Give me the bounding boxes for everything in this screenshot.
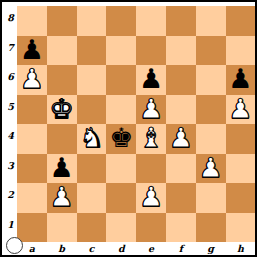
file-labels: abcdefgh xyxy=(17,241,255,256)
piece-white-knight-c4[interactable]: ♞ xyxy=(79,124,103,151)
piece-white-pawn-a6[interactable]: ♟ xyxy=(20,65,44,92)
piece-white-pawn-f4[interactable]: ♟ xyxy=(169,124,193,151)
square-a3[interactable] xyxy=(17,154,47,184)
file-label-c: c xyxy=(89,243,95,254)
square-b6[interactable] xyxy=(47,65,77,95)
square-d4[interactable]: ♚ xyxy=(106,124,136,154)
file-label-f: f xyxy=(179,243,183,254)
square-h8[interactable] xyxy=(226,6,256,36)
piece-white-pawn-e2[interactable]: ♟ xyxy=(139,183,163,210)
square-c6[interactable] xyxy=(77,65,107,95)
square-e1[interactable] xyxy=(136,213,166,243)
square-e3[interactable] xyxy=(136,154,166,184)
square-f3[interactable] xyxy=(166,154,196,184)
square-f1[interactable] xyxy=(166,213,196,243)
square-g6[interactable] xyxy=(196,65,226,95)
rank-label-7: 7 xyxy=(7,42,14,53)
square-a1[interactable] xyxy=(17,213,47,243)
square-a4[interactable] xyxy=(17,124,47,154)
square-h5[interactable]: ♟ xyxy=(226,95,256,125)
square-h3[interactable] xyxy=(226,154,256,184)
square-f7[interactable] xyxy=(166,36,196,66)
square-b7[interactable] xyxy=(47,36,77,66)
square-c2[interactable] xyxy=(77,183,107,213)
square-b2[interactable]: ♟ xyxy=(47,183,77,213)
square-e6[interactable]: ♟ xyxy=(136,65,166,95)
square-c4[interactable]: ♞ xyxy=(77,124,107,154)
file-label-h: h xyxy=(237,243,244,254)
square-a7[interactable]: ♟ xyxy=(17,36,47,66)
chess-diagram: 87654321 ♟♟♟♟♚♟♟♞♚♝♟♟♟♟♟ abcdefgh xyxy=(0,0,257,257)
square-h6[interactable]: ♟ xyxy=(226,65,256,95)
square-a6[interactable]: ♟ xyxy=(17,65,47,95)
square-a8[interactable] xyxy=(17,6,47,36)
piece-black-pawn-h6[interactable]: ♟ xyxy=(228,65,252,92)
rank-label-2: 2 xyxy=(7,189,14,200)
square-g7[interactable] xyxy=(196,36,226,66)
square-c8[interactable] xyxy=(77,6,107,36)
square-e5[interactable]: ♟ xyxy=(136,95,166,125)
piece-white-pawn-e5[interactable]: ♟ xyxy=(139,95,163,122)
square-e8[interactable] xyxy=(136,6,166,36)
rank-label-6: 6 xyxy=(7,71,14,82)
square-f5[interactable] xyxy=(166,95,196,125)
square-f4[interactable]: ♟ xyxy=(166,124,196,154)
piece-black-pawn-a7[interactable]: ♟ xyxy=(20,36,44,63)
square-g1[interactable] xyxy=(196,213,226,243)
square-g3[interactable]: ♟ xyxy=(196,154,226,184)
square-h4[interactable] xyxy=(226,124,256,154)
square-e2[interactable]: ♟ xyxy=(136,183,166,213)
file-label-d: d xyxy=(118,243,125,254)
square-d3[interactable] xyxy=(106,154,136,184)
square-d7[interactable] xyxy=(106,36,136,66)
file-label-b: b xyxy=(58,243,65,254)
board-panel: 87654321 ♟♟♟♟♚♟♟♞♚♝♟♟♟♟♟ abcdefgh xyxy=(2,2,255,255)
square-g4[interactable] xyxy=(196,124,226,154)
square-c7[interactable] xyxy=(77,36,107,66)
square-d8[interactable] xyxy=(106,6,136,36)
square-a2[interactable] xyxy=(17,183,47,213)
square-d2[interactable] xyxy=(106,183,136,213)
square-f2[interactable] xyxy=(166,183,196,213)
square-a5[interactable] xyxy=(17,95,47,125)
square-d5[interactable] xyxy=(106,95,136,125)
piece-white-pawn-h5[interactable]: ♟ xyxy=(228,95,252,122)
square-c1[interactable] xyxy=(77,213,107,243)
rank-label-8: 8 xyxy=(7,12,14,23)
square-b4[interactable] xyxy=(47,124,77,154)
piece-black-pawn-e6[interactable]: ♟ xyxy=(139,65,163,92)
piece-white-pawn-b2[interactable]: ♟ xyxy=(50,183,74,210)
rank-labels: 87654321 xyxy=(4,6,17,242)
chess-board: ♟♟♟♟♚♟♟♞♚♝♟♟♟♟♟ xyxy=(17,6,255,242)
square-h1[interactable] xyxy=(226,213,256,243)
rank-label-3: 3 xyxy=(7,160,14,171)
file-label-a: a xyxy=(29,243,35,254)
piece-white-king-b5[interactable]: ♚ xyxy=(50,95,74,122)
rank-label-5: 5 xyxy=(7,101,14,112)
file-label-g: g xyxy=(207,243,214,254)
piece-white-bishop-e4[interactable]: ♝ xyxy=(139,124,163,151)
piece-black-pawn-b3[interactable]: ♟ xyxy=(50,154,74,181)
square-e7[interactable] xyxy=(136,36,166,66)
square-d6[interactable] xyxy=(106,65,136,95)
square-g5[interactable] xyxy=(196,95,226,125)
square-h2[interactable] xyxy=(226,183,256,213)
square-f8[interactable] xyxy=(166,6,196,36)
file-label-e: e xyxy=(148,243,154,254)
square-f6[interactable] xyxy=(166,65,196,95)
piece-white-pawn-g3[interactable]: ♟ xyxy=(199,154,223,181)
piece-black-king-d4[interactable]: ♚ xyxy=(109,124,133,151)
square-e4[interactable]: ♝ xyxy=(136,124,166,154)
square-b5[interactable]: ♚ xyxy=(47,95,77,125)
white-to-move-indicator xyxy=(6,237,23,254)
square-c3[interactable] xyxy=(77,154,107,184)
square-b8[interactable] xyxy=(47,6,77,36)
square-b1[interactable] xyxy=(47,213,77,243)
square-b3[interactable]: ♟ xyxy=(47,154,77,184)
square-d1[interactable] xyxy=(106,213,136,243)
rank-label-1: 1 xyxy=(7,219,14,230)
square-g2[interactable] xyxy=(196,183,226,213)
square-h7[interactable] xyxy=(226,36,256,66)
square-c5[interactable] xyxy=(77,95,107,125)
rank-label-4: 4 xyxy=(7,130,14,141)
square-g8[interactable] xyxy=(196,6,226,36)
